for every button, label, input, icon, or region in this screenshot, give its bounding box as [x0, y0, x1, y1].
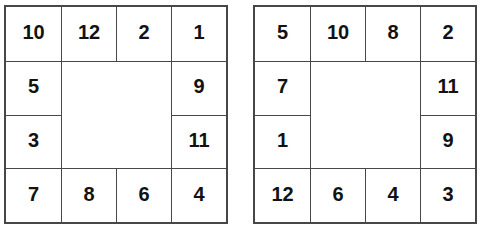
grid-cell-r4c1[interactable]: 7	[6, 168, 61, 222]
grid-cell-r1c4[interactable]: 2	[420, 7, 475, 61]
grid-cell-r4c2[interactable]: 6	[310, 168, 365, 222]
grid-cell-r3c1[interactable]: 3	[6, 115, 61, 169]
puzzle-board-right: 5 10 8 2 7 11 1 9 12 6 4 3	[253, 5, 477, 224]
grid-cell-r1c2[interactable]: 12	[61, 7, 116, 61]
grid-cell-r1c4[interactable]: 1	[171, 7, 226, 61]
grid-cell-r1c1[interactable]: 5	[255, 7, 310, 61]
grid-cell-r3c1[interactable]: 1	[255, 115, 310, 169]
puzzle-diagram: 10 12 2 1 5 9 3 11 7 8 6 4 5 10 8 2 7 11…	[0, 0, 480, 224]
grid-cell-r2c1[interactable]: 7	[255, 61, 310, 115]
empty-center-cell	[310, 61, 420, 169]
grid-cell-r1c2[interactable]: 10	[310, 7, 365, 61]
grid-cell-r2c4[interactable]: 11	[420, 61, 475, 115]
puzzle-board-left: 10 12 2 1 5 9 3 11 7 8 6 4	[4, 5, 228, 224]
grid-cell-r3c4[interactable]: 11	[171, 115, 226, 169]
grid-cell-r1c3[interactable]: 8	[365, 7, 420, 61]
grid-cell-r2c1[interactable]: 5	[6, 61, 61, 115]
grid-cell-r2c4[interactable]: 9	[171, 61, 226, 115]
grid-cell-r4c3[interactable]: 4	[365, 168, 420, 222]
grid-cell-r1c1[interactable]: 10	[6, 7, 61, 61]
grid-cell-r1c3[interactable]: 2	[116, 7, 171, 61]
grid-cell-r4c4[interactable]: 4	[171, 168, 226, 222]
grid-cell-r4c2[interactable]: 8	[61, 168, 116, 222]
empty-center-cell	[61, 61, 171, 169]
grid-cell-r4c4[interactable]: 3	[420, 168, 475, 222]
grid-cell-r4c3[interactable]: 6	[116, 168, 171, 222]
grid-cell-r4c1[interactable]: 12	[255, 168, 310, 222]
grid-cell-r3c4[interactable]: 9	[420, 115, 475, 169]
